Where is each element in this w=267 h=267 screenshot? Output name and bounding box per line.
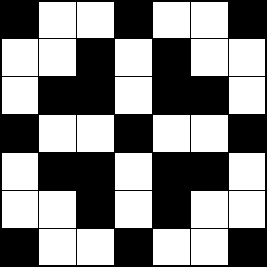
open-cell-r7c2[interactable] [39, 229, 75, 265]
open-cell-r4c3[interactable] [77, 115, 113, 151]
open-cell-r2c4[interactable] [115, 39, 151, 75]
open-cell-r7c5[interactable] [153, 229, 189, 265]
open-cell-r2c7[interactable] [229, 39, 265, 75]
blocked-cell-r7c1 [2, 229, 38, 265]
open-cell-r1c5[interactable] [153, 2, 189, 38]
open-cell-r4c2[interactable] [39, 115, 75, 151]
open-cell-r6c7[interactable] [229, 191, 265, 227]
open-cell-r4c5[interactable] [153, 115, 189, 151]
blocked-cell-r5c6 [191, 153, 227, 189]
open-cell-r6c2[interactable] [39, 191, 75, 227]
open-cell-r4c6[interactable] [191, 115, 227, 151]
open-cell-r7c3[interactable] [77, 229, 113, 265]
puzzle-board [0, 0, 267, 267]
blocked-cell-r3c2 [39, 77, 75, 113]
open-cell-r5c4[interactable] [115, 153, 151, 189]
blocked-cell-r7c4 [115, 229, 151, 265]
blocked-cell-r6c3 [77, 191, 113, 227]
open-cell-r1c2[interactable] [39, 2, 75, 38]
open-cell-r2c2[interactable] [39, 39, 75, 75]
blocked-cell-r3c5 [153, 77, 189, 113]
open-cell-r1c3[interactable] [77, 2, 113, 38]
blocked-cell-r6c5 [153, 191, 189, 227]
open-cell-r5c7[interactable] [229, 153, 265, 189]
blocked-cell-r4c1 [2, 115, 38, 151]
blocked-cell-r4c4 [115, 115, 151, 151]
blocked-cell-r5c5 [153, 153, 189, 189]
blocked-cell-r1c7 [229, 2, 265, 38]
blocked-cell-r7c7 [229, 229, 265, 265]
blocked-cell-r1c4 [115, 2, 151, 38]
blocked-cell-r4c7 [229, 115, 265, 151]
open-cell-r3c4[interactable] [115, 77, 151, 113]
open-cell-r1c6[interactable] [191, 2, 227, 38]
open-cell-r5c1[interactable] [2, 153, 38, 189]
open-cell-r6c4[interactable] [115, 191, 151, 227]
blocked-cell-r5c2 [39, 153, 75, 189]
open-cell-r2c1[interactable] [2, 39, 38, 75]
open-cell-r2c6[interactable] [191, 39, 227, 75]
blocked-cell-r3c3 [77, 77, 113, 113]
open-cell-r3c7[interactable] [229, 77, 265, 113]
open-cell-r7c6[interactable] [191, 229, 227, 265]
blocked-cell-r5c3 [77, 153, 113, 189]
blocked-cell-r3c6 [191, 77, 227, 113]
open-cell-r3c1[interactable] [2, 77, 38, 113]
open-cell-r6c1[interactable] [2, 191, 38, 227]
blocked-cell-r2c5 [153, 39, 189, 75]
blocked-cell-r1c1 [2, 2, 38, 38]
open-cell-r6c6[interactable] [191, 191, 227, 227]
blocked-cell-r2c3 [77, 39, 113, 75]
